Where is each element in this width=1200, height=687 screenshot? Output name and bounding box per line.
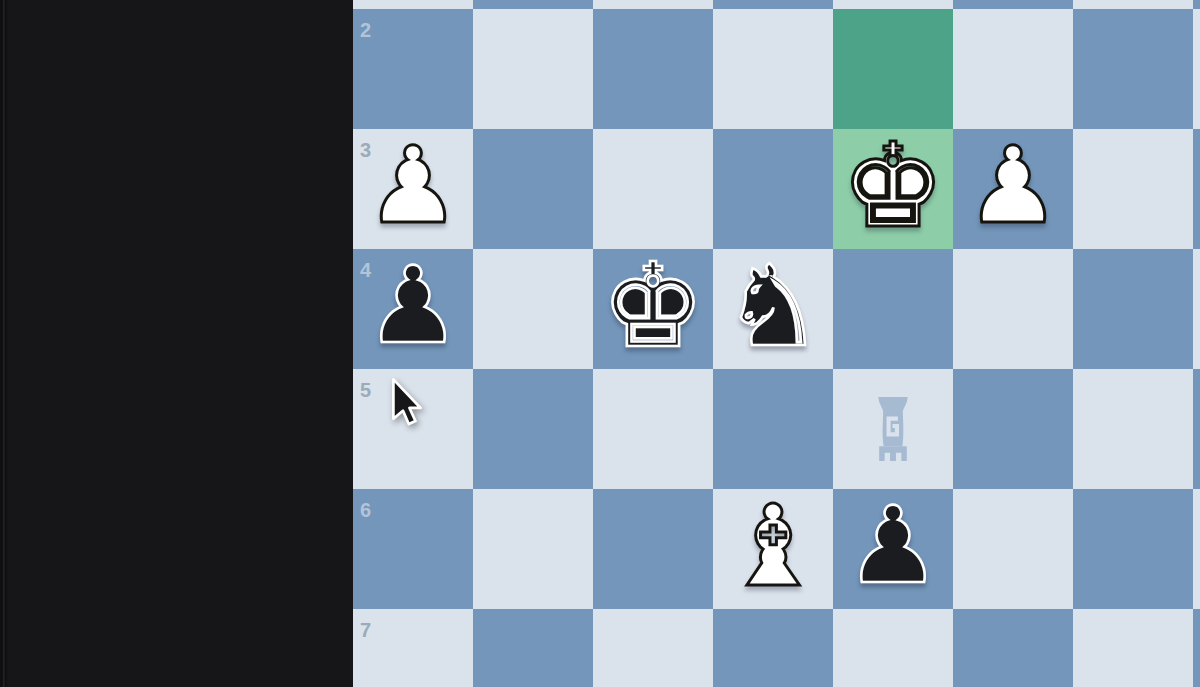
ghost-rook-icon — [871, 396, 915, 463]
rank-label-7: 7 — [360, 620, 371, 640]
square-g2[interactable] — [473, 9, 593, 129]
square-c4[interactable] — [953, 249, 1073, 369]
square-e2[interactable] — [713, 9, 833, 129]
square-d4[interactable] — [833, 249, 953, 369]
sidebar-panel — [0, 0, 353, 687]
square-c1[interactable] — [953, 0, 1073, 9]
rank-label-2: 2 — [360, 20, 371, 40]
square-d7[interactable] — [833, 609, 953, 687]
ghost-white-rook-d5 — [833, 369, 953, 489]
square-h6[interactable]: 6 — [353, 489, 473, 609]
square-f7[interactable] — [593, 609, 713, 687]
square-f1[interactable] — [593, 0, 713, 9]
black-knight-e4[interactable]: ♞ — [713, 246, 833, 366]
mouse-cursor — [392, 378, 422, 427]
square-d2[interactable] — [833, 9, 953, 129]
square-e5[interactable] — [713, 369, 833, 489]
square-b4[interactable] — [1073, 249, 1193, 369]
square-b7[interactable] — [1073, 609, 1193, 687]
rank-label-6: 6 — [360, 500, 371, 520]
square-e3[interactable] — [713, 129, 833, 249]
square-a4[interactable] — [1193, 249, 1200, 369]
square-a3[interactable] — [1193, 129, 1200, 249]
square-b1[interactable] — [1073, 0, 1193, 9]
white-pawn-c3[interactable]: ♟ — [953, 126, 1073, 246]
square-h4[interactable]: 4♟ — [353, 249, 473, 369]
square-g4[interactable] — [473, 249, 593, 369]
square-a5[interactable] — [1193, 369, 1200, 489]
square-c6[interactable] — [953, 489, 1073, 609]
square-h7[interactable]: 7 — [353, 609, 473, 687]
square-h1[interactable] — [353, 0, 473, 9]
white-king-d3[interactable]: ♚ — [833, 126, 953, 246]
square-a6[interactable] — [1193, 489, 1200, 609]
square-b5[interactable] — [1073, 369, 1193, 489]
square-d1[interactable] — [833, 0, 953, 9]
black-pawn-d6[interactable]: ♟ — [833, 486, 953, 606]
white-pawn-h3[interactable]: ♟ — [353, 126, 473, 246]
square-a1[interactable] — [1193, 0, 1200, 9]
square-f6[interactable] — [593, 489, 713, 609]
black-pawn-h4[interactable]: ♟ — [353, 246, 473, 366]
square-h2[interactable]: 2 — [353, 9, 473, 129]
square-e7[interactable] — [713, 609, 833, 687]
chess-board[interactable]: 23♟♚♟4♟♚♞56♝♟7 — [353, 0, 1200, 687]
square-h3[interactable]: 3♟ — [353, 129, 473, 249]
square-g3[interactable] — [473, 129, 593, 249]
black-king-f4[interactable]: ♚ — [593, 246, 713, 366]
square-g5[interactable] — [473, 369, 593, 489]
square-b6[interactable] — [1073, 489, 1193, 609]
square-d5[interactable] — [833, 369, 953, 489]
square-f2[interactable] — [593, 9, 713, 129]
square-f5[interactable] — [593, 369, 713, 489]
square-b3[interactable] — [1073, 129, 1193, 249]
square-c7[interactable] — [953, 609, 1073, 687]
square-a2[interactable] — [1193, 9, 1200, 129]
square-c2[interactable] — [953, 9, 1073, 129]
square-c3[interactable]: ♟ — [953, 129, 1073, 249]
square-b2[interactable] — [1073, 9, 1193, 129]
square-f3[interactable] — [593, 129, 713, 249]
sidebar-left-edge — [0, 0, 8, 687]
square-c5[interactable] — [953, 369, 1073, 489]
square-g1[interactable] — [473, 0, 593, 9]
square-d3[interactable]: ♚ — [833, 129, 953, 249]
rank-label-5: 5 — [360, 380, 371, 400]
square-a7[interactable] — [1193, 609, 1200, 687]
white-bishop-e6[interactable]: ♝ — [713, 486, 833, 606]
square-e1[interactable] — [713, 0, 833, 9]
square-g6[interactable] — [473, 489, 593, 609]
square-e6[interactable]: ♝ — [713, 489, 833, 609]
square-e4[interactable]: ♞ — [713, 249, 833, 369]
square-d6[interactable]: ♟ — [833, 489, 953, 609]
square-f4[interactable]: ♚ — [593, 249, 713, 369]
square-g7[interactable] — [473, 609, 593, 687]
